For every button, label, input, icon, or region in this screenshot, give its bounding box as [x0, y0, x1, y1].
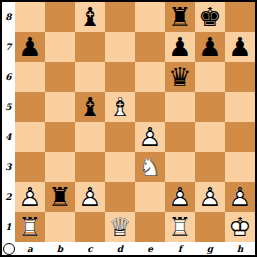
- piece-black-rook[interactable]: ♜: [165, 2, 195, 32]
- piece-white-pawn[interactable]: ♟♙: [135, 122, 165, 152]
- square-c2[interactable]: ♟♙: [75, 182, 105, 212]
- square-c8[interactable]: ♝: [75, 2, 105, 32]
- black-piece-glyph: ♜: [45, 182, 75, 212]
- piece-white-queen[interactable]: ♛♕: [105, 212, 135, 242]
- square-c5[interactable]: ♝: [75, 92, 105, 122]
- white-piece-outline: ♗: [105, 92, 135, 122]
- piece-black-king[interactable]: ♚: [195, 2, 225, 32]
- square-f1[interactable]: ♜♖: [165, 212, 195, 242]
- black-piece-glyph: ♛: [165, 62, 195, 92]
- square-d5[interactable]: ♝♗: [105, 92, 135, 122]
- piece-black-pawn[interactable]: ♟: [15, 32, 45, 62]
- white-piece-outline: ♙: [225, 182, 255, 212]
- square-h3[interactable]: [225, 152, 255, 182]
- piece-black-rook[interactable]: ♜: [45, 182, 75, 212]
- square-a3[interactable]: [15, 152, 45, 182]
- black-piece-glyph: ♟: [225, 32, 255, 62]
- square-b8[interactable]: [45, 2, 75, 32]
- piece-white-pawn[interactable]: ♟♙: [225, 182, 255, 212]
- square-c3[interactable]: [75, 152, 105, 182]
- square-e5[interactable]: [135, 92, 165, 122]
- square-f3[interactable]: [165, 152, 195, 182]
- square-f6[interactable]: ♛: [165, 62, 195, 92]
- file-labels: a b c d e f g h: [15, 242, 255, 255]
- square-a6[interactable]: [15, 62, 45, 92]
- rank-label-3: 3: [2, 152, 15, 182]
- file-label-e: e: [135, 242, 165, 255]
- piece-white-bishop[interactable]: ♝♗: [105, 92, 135, 122]
- piece-white-rook[interactable]: ♜♖: [15, 212, 45, 242]
- square-f2[interactable]: ♟♙: [165, 182, 195, 212]
- chess-diagram: 8 7 6 5 4 3 2 1 ♝♜♚♟♟♟♟♛♝♝♗♟♙♞♘♟♙♜♟♙♟♙♟♙…: [0, 0, 257, 257]
- piece-black-pawn[interactable]: ♟: [225, 32, 255, 62]
- rank-labels: 8 7 6 5 4 3 2 1: [2, 2, 15, 242]
- chess-board: ♝♜♚♟♟♟♟♛♝♝♗♟♙♞♘♟♙♜♟♙♟♙♟♙♟♙♜♖♛♕♜♖♚♔: [15, 2, 255, 242]
- piece-white-rook[interactable]: ♜♖: [165, 212, 195, 242]
- square-c7[interactable]: [75, 32, 105, 62]
- rank-label-6: 6: [2, 62, 15, 92]
- square-d7[interactable]: [105, 32, 135, 62]
- white-to-move-circle-icon: [3, 243, 15, 255]
- square-c6[interactable]: [75, 62, 105, 92]
- file-label-g: g: [195, 242, 225, 255]
- white-piece-outline: ♔: [225, 212, 255, 242]
- rank-label-5: 5: [2, 92, 15, 122]
- square-d2[interactable]: [105, 182, 135, 212]
- square-a7[interactable]: ♟: [15, 32, 45, 62]
- white-piece-outline: ♙: [135, 122, 165, 152]
- white-piece-outline: ♘: [135, 152, 165, 182]
- square-e3[interactable]: ♞♘: [135, 152, 165, 182]
- black-piece-glyph: ♟: [15, 32, 45, 62]
- square-e8[interactable]: [135, 2, 165, 32]
- square-g6[interactable]: [195, 62, 225, 92]
- square-f5[interactable]: [165, 92, 195, 122]
- rank-label-4: 4: [2, 122, 15, 152]
- square-e4[interactable]: ♟♙: [135, 122, 165, 152]
- square-d4[interactable]: [105, 122, 135, 152]
- white-piece-outline: ♙: [75, 182, 105, 212]
- square-b7[interactable]: [45, 32, 75, 62]
- square-e6[interactable]: [135, 62, 165, 92]
- square-g7[interactable]: ♟: [195, 32, 225, 62]
- white-piece-outline: ♖: [165, 212, 195, 242]
- square-h7[interactable]: ♟: [225, 32, 255, 62]
- file-label-c: c: [75, 242, 105, 255]
- square-b6[interactable]: [45, 62, 75, 92]
- black-piece-glyph: ♝: [75, 2, 105, 32]
- black-piece-glyph: ♝: [75, 92, 105, 122]
- square-g2[interactable]: ♟♙: [195, 182, 225, 212]
- piece-white-knight[interactable]: ♞♘: [135, 152, 165, 182]
- file-label-d: d: [105, 242, 135, 255]
- square-b4[interactable]: [45, 122, 75, 152]
- square-d8[interactable]: [105, 2, 135, 32]
- square-e1[interactable]: [135, 212, 165, 242]
- piece-black-queen[interactable]: ♛: [165, 62, 195, 92]
- square-a2[interactable]: ♟♙: [15, 182, 45, 212]
- white-piece-outline: ♖: [15, 212, 45, 242]
- square-d3[interactable]: [105, 152, 135, 182]
- black-piece-glyph: ♚: [195, 2, 225, 32]
- square-h5[interactable]: [225, 92, 255, 122]
- square-g4[interactable]: [195, 122, 225, 152]
- square-b1[interactable]: [45, 212, 75, 242]
- square-h2[interactable]: ♟♙: [225, 182, 255, 212]
- white-piece-outline: ♕: [105, 212, 135, 242]
- square-h4[interactable]: [225, 122, 255, 152]
- black-piece-glyph: ♟: [195, 32, 225, 62]
- square-g1[interactable]: [195, 212, 225, 242]
- square-c1[interactable]: [75, 212, 105, 242]
- piece-white-pawn[interactable]: ♟♙: [75, 182, 105, 212]
- square-e2[interactable]: [135, 182, 165, 212]
- square-d6[interactable]: [105, 62, 135, 92]
- piece-white-king[interactable]: ♚♔: [225, 212, 255, 242]
- square-a4[interactable]: [15, 122, 45, 152]
- piece-black-pawn[interactable]: ♟: [165, 32, 195, 62]
- square-a1[interactable]: ♜♖: [15, 212, 45, 242]
- white-piece-outline: ♙: [15, 182, 45, 212]
- square-a5[interactable]: [15, 92, 45, 122]
- square-f8[interactable]: ♜: [165, 2, 195, 32]
- square-h8[interactable]: [225, 2, 255, 32]
- white-piece-outline: ♙: [195, 182, 225, 212]
- square-h1[interactable]: ♚♔: [225, 212, 255, 242]
- white-piece-outline: ♙: [165, 182, 195, 212]
- rank-label-2: 2: [2, 182, 15, 212]
- square-c4[interactable]: [75, 122, 105, 152]
- piece-white-pawn[interactable]: ♟♙: [15, 182, 45, 212]
- file-label-a: a: [15, 242, 45, 255]
- square-b2[interactable]: ♜: [45, 182, 75, 212]
- square-g5[interactable]: [195, 92, 225, 122]
- file-label-h: h: [225, 242, 255, 255]
- side-to-move-indicator: [2, 242, 15, 255]
- rank-label-7: 7: [2, 32, 15, 62]
- piece-white-pawn[interactable]: ♟♙: [195, 182, 225, 212]
- square-h6[interactable]: [225, 62, 255, 92]
- black-piece-glyph: ♟: [165, 32, 195, 62]
- square-a8[interactable]: [15, 2, 45, 32]
- file-label-f: f: [165, 242, 195, 255]
- piece-white-pawn[interactable]: ♟♙: [165, 182, 195, 212]
- square-b5[interactable]: [45, 92, 75, 122]
- piece-black-bishop[interactable]: ♝: [75, 2, 105, 32]
- black-piece-glyph: ♜: [165, 2, 195, 32]
- square-e7[interactable]: [135, 32, 165, 62]
- square-g8[interactable]: ♚: [195, 2, 225, 32]
- square-d1[interactable]: ♛♕: [105, 212, 135, 242]
- square-f7[interactable]: ♟: [165, 32, 195, 62]
- square-f4[interactable]: [165, 122, 195, 152]
- file-label-b: b: [45, 242, 75, 255]
- rank-label-1: 1: [2, 212, 15, 242]
- square-g3[interactable]: [195, 152, 225, 182]
- rank-label-8: 8: [2, 2, 15, 32]
- piece-black-bishop[interactable]: ♝: [75, 92, 105, 122]
- piece-black-pawn[interactable]: ♟: [195, 32, 225, 62]
- square-b3[interactable]: [45, 152, 75, 182]
